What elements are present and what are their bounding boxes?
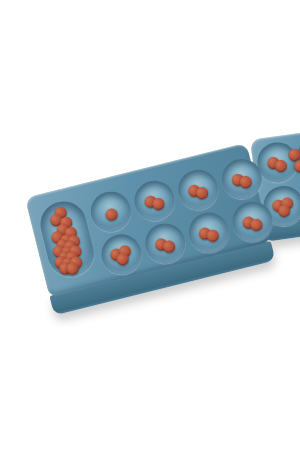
left-board-back-pit-1[interactable]: [87, 187, 135, 235]
seed: [274, 160, 288, 174]
left-board-back-pit-3[interactable]: [174, 166, 222, 214]
left-board-front-pit-2[interactable]: [141, 219, 189, 267]
seed: [249, 218, 264, 233]
right-board-back-pit-2[interactable]: [294, 134, 300, 179]
left-board: [25, 143, 275, 316]
seed: [195, 186, 210, 201]
seed: [239, 175, 254, 190]
seed: [206, 229, 221, 244]
seed: [277, 204, 291, 218]
left-board-front-pit-3[interactable]: [185, 208, 233, 256]
photo-stage: [0, 0, 300, 450]
left-board-back-pit-2[interactable]: [130, 177, 178, 225]
seed: [151, 197, 166, 212]
seed: [162, 240, 177, 255]
left-board-front-pit-1[interactable]: [97, 230, 145, 278]
seed: [104, 207, 119, 222]
